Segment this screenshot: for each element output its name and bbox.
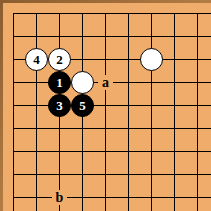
stone-black-3: 3 xyxy=(48,94,71,117)
stone-black-1: 1 xyxy=(48,71,71,94)
go-board-diagram: 42135ab xyxy=(0,0,211,211)
stone-white-2: 2 xyxy=(48,48,71,71)
point-label-b: b xyxy=(52,190,67,205)
grid-lines xyxy=(13,13,211,211)
go-board: 42135ab xyxy=(3,3,211,211)
stone-white-D16 xyxy=(71,71,94,94)
stone-white-4: 4 xyxy=(25,48,48,71)
point-label-a: a xyxy=(98,75,113,90)
stone-white-G17 xyxy=(140,48,163,71)
stone-black-5: 5 xyxy=(71,94,94,117)
